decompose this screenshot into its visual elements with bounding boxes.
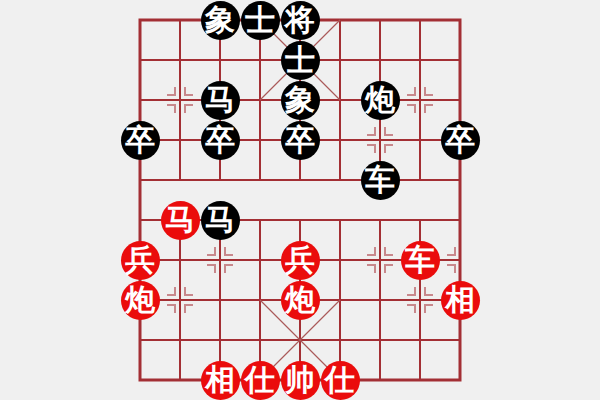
piece-red-elephant[interactable]: 相 (201, 361, 240, 400)
piece-red-cannon[interactable]: 炮 (281, 281, 320, 320)
pieces-layer: 象士将士马象炮卒卒卒卒车马马兵兵车炮炮相相仕帅仕 (120, 0, 480, 400)
piece-black-chariot[interactable]: 车 (361, 161, 400, 200)
piece-red-advisor[interactable]: 仕 (321, 361, 360, 400)
piece-black-soldier[interactable]: 卒 (441, 121, 480, 160)
piece-black-general[interactable]: 将 (281, 1, 320, 40)
piece-black-elephant[interactable]: 象 (201, 1, 240, 40)
piece-red-cannon[interactable]: 炮 (121, 281, 160, 320)
piece-red-general[interactable]: 帅 (281, 361, 320, 400)
piece-red-elephant[interactable]: 相 (441, 281, 480, 320)
piece-black-cannon[interactable]: 炮 (361, 81, 400, 120)
piece-black-soldier[interactable]: 卒 (281, 121, 320, 160)
piece-black-advisor[interactable]: 士 (241, 1, 280, 40)
xiangqi-board[interactable]: 象士将士马象炮卒卒卒卒车马马兵兵车炮炮相相仕帅仕 (0, 0, 600, 400)
piece-black-soldier[interactable]: 卒 (201, 121, 240, 160)
piece-red-chariot[interactable]: 车 (401, 241, 440, 280)
piece-red-advisor[interactable]: 仕 (241, 361, 280, 400)
piece-red-soldier[interactable]: 兵 (281, 241, 320, 280)
piece-black-horse[interactable]: 马 (201, 201, 240, 240)
piece-red-soldier[interactable]: 兵 (121, 241, 160, 280)
piece-black-horse[interactable]: 马 (201, 81, 240, 120)
piece-black-elephant[interactable]: 象 (281, 81, 320, 120)
piece-black-advisor[interactable]: 士 (281, 41, 320, 80)
piece-red-horse[interactable]: 马 (161, 201, 200, 240)
piece-black-soldier[interactable]: 卒 (121, 121, 160, 160)
